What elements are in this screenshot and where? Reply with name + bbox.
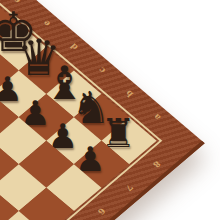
board-stage: ♜♞♝♚♛♝♞♜♟♟♟♟♟♟♟♟♟♟♟♟♟♟♟♟♜♞♝♚♛♝♞♜ hgfedcb… xyxy=(0,0,210,220)
product-photo-frame: ♜♞♝♚♛♝♞♜♟♟♟♟♟♟♟♟♟♟♟♟♟♟♟♟♜♞♝♚♛♝♞♜ hgfedcb… xyxy=(0,0,220,220)
inlay-border-line: ♜♞♝♚♛♝♞♜♟♟♟♟♟♟♟♟♟♟♟♟♟♟♟♟♜♞♝♚♛♝♞♜ xyxy=(0,0,162,220)
playing-field: ♜♞♝♚♛♝♞♜♟♟♟♟♟♟♟♟♟♟♟♟♟♟♟♟♜♞♝♚♛♝♞♜ xyxy=(0,0,157,220)
chess-board: ♜♞♝♚♛♝♞♜♟♟♟♟♟♟♟♟♟♟♟♟♟♟♟♟♜♞♝♚♛♝♞♜ hgfedcb… xyxy=(0,0,205,220)
